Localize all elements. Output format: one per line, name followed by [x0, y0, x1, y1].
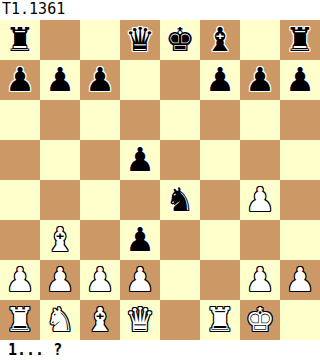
- square-b8[interactable]: [40, 20, 80, 60]
- white-pawn[interactable]: ♟: [5, 260, 35, 300]
- square-d1[interactable]: ♛: [120, 300, 160, 340]
- square-a4[interactable]: [0, 180, 40, 220]
- square-d7[interactable]: [120, 60, 160, 100]
- white-pawn[interactable]: ♟: [45, 260, 75, 300]
- white-pawn[interactable]: ♟: [125, 260, 155, 300]
- square-f1[interactable]: ♜: [200, 300, 240, 340]
- square-h7[interactable]: ♟: [280, 60, 320, 100]
- square-h8[interactable]: ♜: [280, 20, 320, 60]
- square-d8[interactable]: ♛: [120, 20, 160, 60]
- square-h2[interactable]: ♟: [280, 260, 320, 300]
- chess-board: ♜♛♚♝♜♟♟♟♟♟♟♟♞♟♝♟♟♟♟♟♟♟♜♞♝♛♜♚: [0, 20, 320, 340]
- square-a2[interactable]: ♟: [0, 260, 40, 300]
- black-pawn[interactable]: ♟: [285, 60, 315, 100]
- square-d3[interactable]: ♟: [120, 220, 160, 260]
- black-rook[interactable]: ♜: [285, 20, 315, 60]
- square-a5[interactable]: [0, 140, 40, 180]
- square-a7[interactable]: ♟: [0, 60, 40, 100]
- square-b3[interactable]: ♝: [40, 220, 80, 260]
- white-rook[interactable]: ♜: [205, 300, 235, 340]
- square-e1[interactable]: [160, 300, 200, 340]
- square-b7[interactable]: ♟: [40, 60, 80, 100]
- puzzle-title: T1.1361: [0, 0, 320, 20]
- square-h6[interactable]: [280, 100, 320, 140]
- black-pawn[interactable]: ♟: [125, 140, 155, 180]
- white-king[interactable]: ♚: [245, 300, 275, 340]
- move-prompt: 1... ?: [0, 340, 320, 360]
- square-h3[interactable]: [280, 220, 320, 260]
- square-g5[interactable]: [240, 140, 280, 180]
- square-e6[interactable]: [160, 100, 200, 140]
- square-a6[interactable]: [0, 100, 40, 140]
- square-g4[interactable]: ♟: [240, 180, 280, 220]
- square-a1[interactable]: ♜: [0, 300, 40, 340]
- square-g2[interactable]: ♟: [240, 260, 280, 300]
- square-c1[interactable]: ♝: [80, 300, 120, 340]
- white-pawn[interactable]: ♟: [285, 260, 315, 300]
- square-g1[interactable]: ♚: [240, 300, 280, 340]
- square-d5[interactable]: ♟: [120, 140, 160, 180]
- black-pawn[interactable]: ♟: [205, 60, 235, 100]
- square-f6[interactable]: [200, 100, 240, 140]
- black-pawn[interactable]: ♟: [125, 220, 155, 260]
- square-c6[interactable]: [80, 100, 120, 140]
- square-c2[interactable]: ♟: [80, 260, 120, 300]
- black-pawn[interactable]: ♟: [85, 60, 115, 100]
- square-g6[interactable]: [240, 100, 280, 140]
- white-pawn[interactable]: ♟: [245, 260, 275, 300]
- black-rook[interactable]: ♜: [5, 20, 35, 60]
- square-b6[interactable]: [40, 100, 80, 140]
- white-rook[interactable]: ♜: [5, 300, 35, 340]
- square-e7[interactable]: [160, 60, 200, 100]
- square-e5[interactable]: [160, 140, 200, 180]
- square-b5[interactable]: [40, 140, 80, 180]
- square-e4[interactable]: ♞: [160, 180, 200, 220]
- square-f8[interactable]: ♝: [200, 20, 240, 60]
- black-king[interactable]: ♚: [165, 20, 195, 60]
- square-e3[interactable]: [160, 220, 200, 260]
- black-pawn[interactable]: ♟: [245, 60, 275, 100]
- square-b2[interactable]: ♟: [40, 260, 80, 300]
- square-f4[interactable]: [200, 180, 240, 220]
- square-c3[interactable]: [80, 220, 120, 260]
- square-d4[interactable]: [120, 180, 160, 220]
- square-f7[interactable]: ♟: [200, 60, 240, 100]
- black-pawn[interactable]: ♟: [45, 60, 75, 100]
- black-pawn[interactable]: ♟: [5, 60, 35, 100]
- square-a8[interactable]: ♜: [0, 20, 40, 60]
- square-e8[interactable]: ♚: [160, 20, 200, 60]
- square-e2[interactable]: [160, 260, 200, 300]
- white-pawn[interactable]: ♟: [85, 260, 115, 300]
- square-b4[interactable]: [40, 180, 80, 220]
- white-pawn[interactable]: ♟: [245, 180, 275, 220]
- square-h4[interactable]: [280, 180, 320, 220]
- white-bishop[interactable]: ♝: [85, 300, 115, 340]
- square-b1[interactable]: ♞: [40, 300, 80, 340]
- black-queen[interactable]: ♛: [125, 20, 155, 60]
- square-h5[interactable]: [280, 140, 320, 180]
- square-g8[interactable]: [240, 20, 280, 60]
- black-knight[interactable]: ♞: [165, 180, 195, 220]
- square-g7[interactable]: ♟: [240, 60, 280, 100]
- black-bishop[interactable]: ♝: [205, 20, 235, 60]
- square-a3[interactable]: [0, 220, 40, 260]
- white-knight[interactable]: ♞: [45, 300, 75, 340]
- square-c5[interactable]: [80, 140, 120, 180]
- square-c8[interactable]: [80, 20, 120, 60]
- square-c4[interactable]: [80, 180, 120, 220]
- white-bishop[interactable]: ♝: [45, 220, 75, 260]
- square-d2[interactable]: ♟: [120, 260, 160, 300]
- square-f2[interactable]: [200, 260, 240, 300]
- square-d6[interactable]: [120, 100, 160, 140]
- square-f5[interactable]: [200, 140, 240, 180]
- square-g3[interactable]: [240, 220, 280, 260]
- square-c7[interactable]: ♟: [80, 60, 120, 100]
- square-h1[interactable]: [280, 300, 320, 340]
- white-queen[interactable]: ♛: [125, 300, 155, 340]
- square-f3[interactable]: [200, 220, 240, 260]
